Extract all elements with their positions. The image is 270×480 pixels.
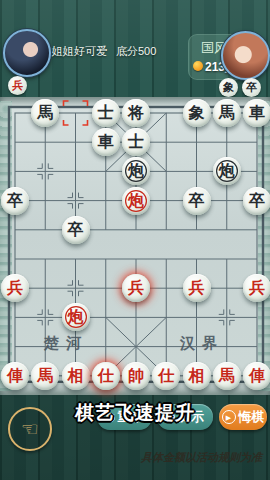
piece-glyph: 兵 xyxy=(4,277,26,299)
piece-glyph: 相 xyxy=(186,365,208,387)
piece-black-卒[interactable]: 卒 xyxy=(243,187,270,215)
piece-red-兵[interactable]: 兵 xyxy=(243,274,270,302)
piece-glyph: 馬 xyxy=(34,365,56,387)
piece-red-仕[interactable]: 仕 xyxy=(92,362,120,390)
captured-piece-卒: 卒 xyxy=(242,78,261,97)
left-player-name: 姐姐好可爱 xyxy=(52,44,107,59)
bottom-bar: ☜ 重来 提示 ▶ 悔棋 棋艺飞速提升 具体金额以活动规则为准 xyxy=(0,395,270,480)
piece-glyph: 士 xyxy=(95,102,117,124)
piece-black-炮[interactable]: 炮 xyxy=(213,157,241,185)
piece-glyph: 将 xyxy=(125,102,147,124)
piece-glyph: 相 xyxy=(65,365,87,387)
piece-black-象[interactable]: 象 xyxy=(183,99,211,127)
disclaimer-text: 具体金额以活动规则为准 xyxy=(0,450,262,465)
piece-red-俥[interactable]: 俥 xyxy=(243,362,270,390)
piece-red-仕[interactable]: 仕 xyxy=(152,362,180,390)
piece-red-俥[interactable]: 俥 xyxy=(1,362,29,390)
right-player-avatar[interactable] xyxy=(221,31,270,80)
piece-glyph: 炮 xyxy=(65,306,87,328)
piece-red-兵[interactable]: 兵 xyxy=(122,274,150,302)
piece-black-馬[interactable]: 馬 xyxy=(213,99,241,127)
river-label-left: 楚河 xyxy=(44,334,88,353)
piece-black-士[interactable]: 士 xyxy=(122,128,150,156)
piece-glyph: 卒 xyxy=(65,219,87,241)
piece-red-兵[interactable]: 兵 xyxy=(1,274,29,302)
piece-glyph: 馬 xyxy=(216,102,238,124)
piece-glyph: 兵 xyxy=(246,277,268,299)
piece-glyph: 仕 xyxy=(95,365,117,387)
piece-black-卒[interactable]: 卒 xyxy=(183,187,211,215)
left-player-avatar[interactable] xyxy=(3,29,51,77)
piece-red-相[interactable]: 相 xyxy=(183,362,211,390)
piece-glyph: 俥 xyxy=(246,365,268,387)
promo-overlay-text: 棋艺飞速提升 xyxy=(0,400,270,426)
piece-red-帥[interactable]: 帥 xyxy=(122,362,150,390)
piece-glyph: 卒 xyxy=(4,190,26,212)
piece-black-車[interactable]: 車 xyxy=(243,99,270,127)
piece-red-相[interactable]: 相 xyxy=(62,362,90,390)
piece-glyph: 卒 xyxy=(246,190,268,212)
captured-piece-象: 象 xyxy=(219,78,238,97)
coin-icon xyxy=(193,61,203,71)
piece-red-炮[interactable]: 炮 xyxy=(122,187,150,215)
piece-red-馬[interactable]: 馬 xyxy=(31,362,59,390)
piece-glyph: 卒 xyxy=(186,190,208,212)
piece-glyph: 俥 xyxy=(4,365,26,387)
piece-glyph: 帥 xyxy=(125,365,147,387)
piece-black-卒[interactable]: 卒 xyxy=(62,216,90,244)
piece-glyph: 車 xyxy=(246,102,268,124)
piece-glyph: 炮 xyxy=(125,190,147,212)
piece-glyph: 士 xyxy=(125,131,147,153)
xiangqi-board[interactable]: 楚河 汉界 馬士将象馬車車士炮炮卒炮卒卒卒兵兵兵兵炮俥馬相仕帥仕相馬俥 xyxy=(0,97,270,395)
river-label-right: 汉界 xyxy=(180,334,224,353)
piece-glyph: 兵 xyxy=(186,277,208,299)
piece-glyph: 兵 xyxy=(125,277,147,299)
piece-black-将[interactable]: 将 xyxy=(122,99,150,127)
piece-glyph: 馬 xyxy=(34,102,56,124)
xiangqi-app-screen: 姐姐好可爱 底分500 国风 213万 兵 象卒 楚河 汉界 馬士将象馬車車士炮… xyxy=(0,0,270,480)
piece-glyph: 仕 xyxy=(155,365,177,387)
piece-red-兵[interactable]: 兵 xyxy=(183,274,211,302)
piece-black-士[interactable]: 士 xyxy=(92,99,120,127)
piece-glyph: 炮 xyxy=(216,160,238,182)
piece-glyph: 象 xyxy=(186,102,208,124)
captured-piece-兵: 兵 xyxy=(8,76,27,95)
piece-red-炮[interactable]: 炮 xyxy=(62,303,90,331)
base-score-label: 底分500 xyxy=(116,44,156,59)
piece-glyph: 車 xyxy=(95,131,117,153)
left-captured-tray: 兵 xyxy=(8,76,27,95)
piece-glyph: 炮 xyxy=(125,160,147,182)
piece-black-車[interactable]: 車 xyxy=(92,128,120,156)
piece-black-卒[interactable]: 卒 xyxy=(1,187,29,215)
piece-glyph: 馬 xyxy=(216,365,238,387)
right-captured-tray: 象卒 xyxy=(219,78,261,97)
piece-red-馬[interactable]: 馬 xyxy=(213,362,241,390)
